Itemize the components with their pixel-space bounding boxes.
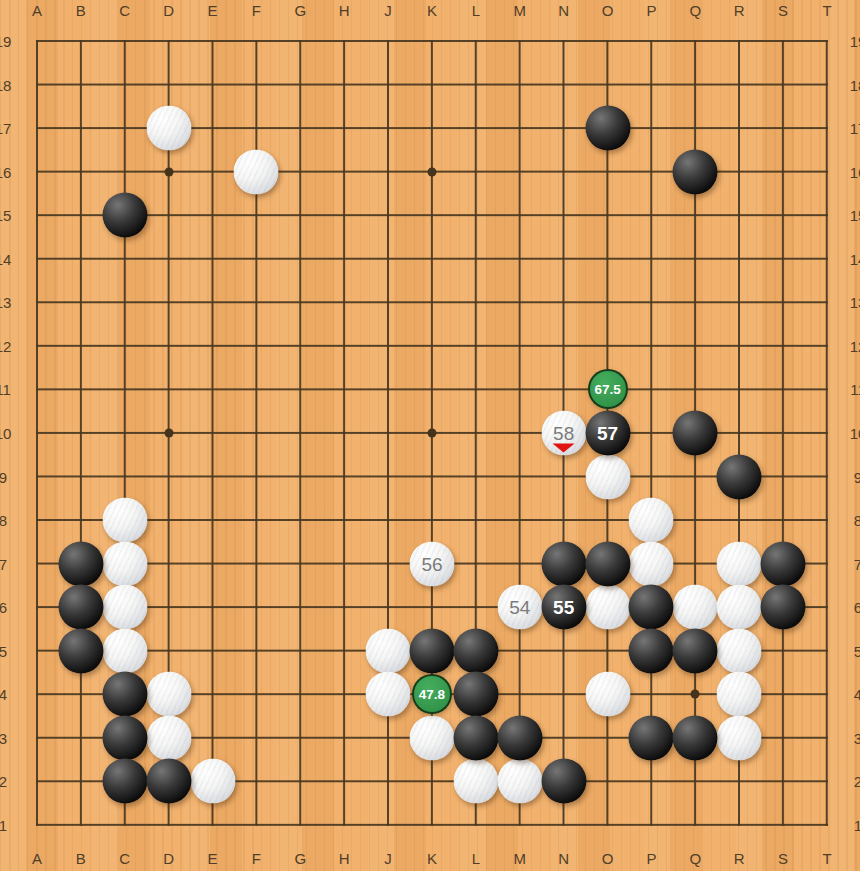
star-point-D16 bbox=[164, 167, 173, 176]
move-number-55: 55 bbox=[553, 598, 574, 617]
stone-white-J5 bbox=[366, 628, 411, 673]
col-label-top-H: H bbox=[339, 2, 350, 19]
col-label-top-C: C bbox=[119, 2, 130, 19]
move-number-57: 57 bbox=[597, 424, 618, 443]
stone-black-B5 bbox=[58, 628, 103, 673]
analysis-mark-K4[interactable]: 47.8 bbox=[412, 674, 452, 714]
col-label-bottom-P: P bbox=[646, 850, 656, 867]
stone-black-Q16 bbox=[673, 149, 718, 194]
stone-black-R9 bbox=[717, 454, 762, 499]
stone-white-O6 bbox=[585, 585, 630, 630]
stone-black-P3 bbox=[629, 715, 674, 760]
stone-white-F16 bbox=[234, 149, 279, 194]
stone-white-O9 bbox=[585, 454, 630, 499]
stone-white-R4 bbox=[717, 672, 762, 717]
col-label-bottom-R: R bbox=[734, 850, 745, 867]
stone-white-D4 bbox=[146, 672, 191, 717]
col-label-bottom-Q: Q bbox=[689, 850, 701, 867]
stone-black-K5 bbox=[409, 628, 454, 673]
row-label-right-18: 18 bbox=[850, 76, 860, 93]
stone-black-O7 bbox=[585, 541, 630, 586]
stone-white-R6 bbox=[717, 585, 762, 630]
row-label-right-4: 4 bbox=[854, 686, 860, 703]
stone-white-P7 bbox=[629, 541, 674, 586]
row-label-left-19: 19 bbox=[0, 33, 11, 50]
move-number-58: 58 bbox=[553, 424, 574, 443]
stone-white-R7 bbox=[717, 541, 762, 586]
row-label-right-9: 9 bbox=[854, 468, 860, 485]
stone-black-L5 bbox=[453, 628, 498, 673]
stone-black-Q5 bbox=[673, 628, 718, 673]
stone-white-J4 bbox=[366, 672, 411, 717]
col-label-top-M: M bbox=[514, 2, 527, 19]
stone-black-S7 bbox=[761, 541, 806, 586]
star-point-K10 bbox=[427, 429, 436, 438]
stone-black-Q3 bbox=[673, 715, 718, 760]
stone-black-S6 bbox=[761, 585, 806, 630]
row-label-right-11: 11 bbox=[850, 381, 860, 398]
row-label-left-10: 10 bbox=[0, 425, 11, 442]
row-label-left-13: 13 bbox=[0, 294, 11, 311]
col-label-bottom-M: M bbox=[514, 850, 527, 867]
stone-black-N6: 55 bbox=[541, 585, 586, 630]
row-label-left-8: 8 bbox=[0, 512, 7, 529]
row-label-right-17: 17 bbox=[850, 120, 860, 137]
star-point-D10 bbox=[164, 429, 173, 438]
stone-white-C6 bbox=[102, 585, 147, 630]
row-label-left-2: 2 bbox=[0, 773, 7, 790]
col-label-bottom-G: G bbox=[294, 850, 306, 867]
col-label-top-J: J bbox=[384, 2, 392, 19]
col-label-top-Q: Q bbox=[689, 2, 701, 19]
row-label-right-5: 5 bbox=[854, 642, 860, 659]
col-label-bottom-C: C bbox=[119, 850, 130, 867]
stone-white-D3 bbox=[146, 715, 191, 760]
col-label-top-T: T bbox=[822, 2, 831, 19]
row-label-right-3: 3 bbox=[854, 729, 860, 746]
col-label-top-S: S bbox=[778, 2, 788, 19]
stone-black-B6 bbox=[58, 585, 103, 630]
stone-white-Q6 bbox=[673, 585, 718, 630]
row-label-right-16: 16 bbox=[850, 163, 860, 180]
row-label-right-6: 6 bbox=[854, 599, 860, 616]
row-label-left-17: 17 bbox=[0, 120, 11, 137]
stone-white-C5 bbox=[102, 628, 147, 673]
row-label-right-7: 7 bbox=[854, 555, 860, 572]
row-label-right-8: 8 bbox=[854, 512, 860, 529]
row-label-left-16: 16 bbox=[0, 163, 11, 180]
go-app-window: { "game": "go", "board": { "size": 19, "… bbox=[0, 0, 860, 871]
col-label-top-R: R bbox=[734, 2, 745, 19]
col-label-top-O: O bbox=[602, 2, 614, 19]
stone-white-K3 bbox=[409, 715, 454, 760]
col-label-bottom-H: H bbox=[339, 850, 350, 867]
row-label-left-11: 11 bbox=[0, 381, 11, 398]
stone-black-Q10 bbox=[673, 411, 718, 456]
col-label-top-A: A bbox=[32, 2, 42, 19]
stone-white-N10: 58 bbox=[541, 411, 586, 456]
row-label-right-1: 1 bbox=[854, 817, 860, 834]
col-label-top-D: D bbox=[163, 2, 174, 19]
stone-white-C7 bbox=[102, 541, 147, 586]
col-label-top-B: B bbox=[76, 2, 86, 19]
star-point-Q4 bbox=[691, 690, 700, 699]
col-label-bottom-E: E bbox=[208, 850, 218, 867]
row-label-left-1: 1 bbox=[0, 817, 7, 834]
move-number-56: 56 bbox=[421, 554, 442, 573]
stone-white-E2 bbox=[190, 759, 235, 804]
stone-black-P5 bbox=[629, 628, 674, 673]
row-label-left-14: 14 bbox=[0, 250, 11, 267]
row-label-left-6: 6 bbox=[0, 599, 7, 616]
row-label-left-3: 3 bbox=[0, 729, 7, 746]
col-label-bottom-K: K bbox=[427, 850, 437, 867]
row-label-right-15: 15 bbox=[850, 207, 860, 224]
col-label-bottom-J: J bbox=[384, 850, 392, 867]
move-number-54: 54 bbox=[509, 598, 530, 617]
stone-white-R5 bbox=[717, 628, 762, 673]
stone-white-D17 bbox=[146, 106, 191, 151]
stone-black-O10: 57 bbox=[585, 411, 630, 456]
stone-black-O17 bbox=[585, 106, 630, 151]
row-label-left-5: 5 bbox=[0, 642, 7, 659]
col-label-bottom-B: B bbox=[76, 850, 86, 867]
analysis-value: 47.8 bbox=[419, 688, 445, 702]
stone-white-C8 bbox=[102, 498, 147, 543]
col-label-bottom-S: S bbox=[778, 850, 788, 867]
col-label-bottom-F: F bbox=[252, 850, 261, 867]
row-label-left-18: 18 bbox=[0, 76, 11, 93]
stone-black-C3 bbox=[102, 715, 147, 760]
stone-black-N2 bbox=[541, 759, 586, 804]
stone-black-L4 bbox=[453, 672, 498, 717]
row-label-right-19: 19 bbox=[850, 33, 860, 50]
row-label-left-15: 15 bbox=[0, 207, 11, 224]
stone-white-M2 bbox=[497, 759, 542, 804]
stone-white-R3 bbox=[717, 715, 762, 760]
row-label-left-4: 4 bbox=[0, 686, 7, 703]
row-label-right-13: 13 bbox=[850, 294, 860, 311]
stone-black-L3 bbox=[453, 715, 498, 760]
col-label-bottom-N: N bbox=[558, 850, 569, 867]
stone-white-L2 bbox=[453, 759, 498, 804]
col-label-bottom-A: A bbox=[32, 850, 42, 867]
col-label-top-G: G bbox=[294, 2, 306, 19]
stone-white-M6: 54 bbox=[497, 585, 542, 630]
analysis-mark-O11[interactable]: 67.5 bbox=[588, 369, 628, 409]
stone-black-M3 bbox=[497, 715, 542, 760]
col-label-top-K: K bbox=[427, 2, 437, 19]
row-label-right-14: 14 bbox=[850, 250, 860, 267]
col-label-bottom-L: L bbox=[472, 850, 480, 867]
stone-black-C15 bbox=[102, 193, 147, 238]
stone-black-C4 bbox=[102, 672, 147, 717]
col-label-top-L: L bbox=[472, 2, 480, 19]
stone-black-B7 bbox=[58, 541, 103, 586]
row-label-left-7: 7 bbox=[0, 555, 7, 572]
stone-black-C2 bbox=[102, 759, 147, 804]
red-triangle-marker bbox=[553, 444, 575, 453]
row-label-left-12: 12 bbox=[0, 337, 11, 354]
col-label-bottom-T: T bbox=[822, 850, 831, 867]
stone-white-K7: 56 bbox=[409, 541, 454, 586]
stone-white-O4 bbox=[585, 672, 630, 717]
stone-black-P6 bbox=[629, 585, 674, 630]
col-label-top-E: E bbox=[208, 2, 218, 19]
col-label-top-F: F bbox=[252, 2, 261, 19]
stone-white-P8 bbox=[629, 498, 674, 543]
row-label-left-9: 9 bbox=[0, 468, 7, 485]
stone-black-N7 bbox=[541, 541, 586, 586]
row-label-right-2: 2 bbox=[854, 773, 860, 790]
col-label-bottom-O: O bbox=[602, 850, 614, 867]
analysis-value: 67.5 bbox=[594, 383, 620, 397]
col-label-top-P: P bbox=[646, 2, 656, 19]
col-label-bottom-D: D bbox=[163, 850, 174, 867]
col-label-top-N: N bbox=[558, 2, 569, 19]
stone-black-D2 bbox=[146, 759, 191, 804]
row-label-right-10: 10 bbox=[850, 425, 860, 442]
star-point-K16 bbox=[427, 167, 436, 176]
row-label-right-12: 12 bbox=[850, 337, 860, 354]
